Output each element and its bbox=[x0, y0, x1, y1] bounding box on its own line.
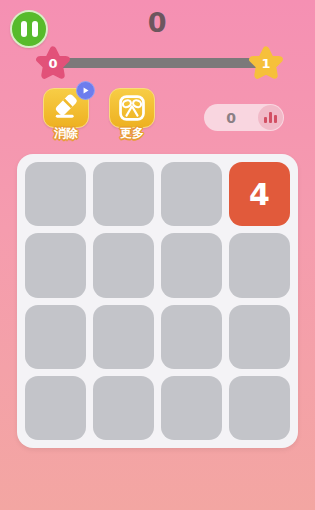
board-cell-empty bbox=[161, 305, 222, 369]
board-cell-empty bbox=[161, 233, 222, 297]
more-button[interactable]: 更多 bbox=[101, 87, 163, 139]
board-cell-empty bbox=[25, 305, 86, 369]
board-cell-empty bbox=[93, 162, 154, 226]
counter-circle[interactable] bbox=[258, 105, 283, 130]
board-cell-empty bbox=[161, 162, 222, 226]
progress-end-star: 1 bbox=[247, 43, 285, 81]
score-value: 0 bbox=[0, 7, 315, 38]
board-cell-empty bbox=[25, 233, 86, 297]
game-screen: 0 0 1 消除 bbox=[0, 0, 315, 510]
board-cell-empty bbox=[229, 233, 290, 297]
gift-icon bbox=[115, 91, 149, 125]
progress-start-star: 0 bbox=[34, 43, 72, 81]
board-cell-empty bbox=[229, 376, 290, 440]
ad-play-badge[interactable] bbox=[76, 81, 95, 100]
bar-chart-icon bbox=[269, 112, 272, 123]
more-button-square[interactable] bbox=[109, 88, 155, 128]
board-cell-empty bbox=[93, 233, 154, 297]
eliminate-counter-pill[interactable]: 0 bbox=[204, 104, 284, 131]
bar-chart-icon bbox=[274, 115, 277, 123]
level-progress-bar bbox=[55, 58, 265, 68]
more-label: 更多 bbox=[101, 125, 163, 142]
bar-chart-icon bbox=[264, 117, 267, 123]
board-cell-empty bbox=[161, 376, 222, 440]
board-cell-empty bbox=[93, 305, 154, 369]
board-cell-empty bbox=[25, 376, 86, 440]
play-icon bbox=[80, 85, 91, 96]
game-board[interactable]: 4 bbox=[17, 154, 298, 448]
progress-start-value: 0 bbox=[34, 43, 72, 81]
board-cell-empty bbox=[93, 376, 154, 440]
board-cell-empty bbox=[25, 162, 86, 226]
eliminate-button[interactable]: 消除 bbox=[35, 87, 97, 139]
board-grid: 4 bbox=[25, 162, 290, 440]
progress-end-value: 1 bbox=[247, 43, 285, 81]
board-tile: 4 bbox=[229, 162, 290, 226]
eliminate-counter-value: 0 bbox=[204, 104, 258, 131]
eliminate-label: 消除 bbox=[35, 125, 97, 142]
board-cell-empty bbox=[229, 305, 290, 369]
